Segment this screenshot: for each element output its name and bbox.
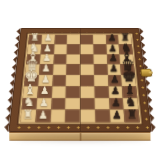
square-b4 bbox=[67, 44, 80, 54]
piece-black-pawn: ♟ bbox=[109, 53, 118, 63]
square-d3 bbox=[53, 64, 67, 75]
piece-black-pawn: ♟ bbox=[109, 43, 118, 53]
piece-white-pawn: ♟ bbox=[41, 63, 50, 73]
square-a4 bbox=[67, 35, 80, 45]
edge-notch bbox=[151, 122, 157, 132]
square-b7: ♟ bbox=[106, 44, 120, 54]
square-h6 bbox=[95, 110, 110, 123]
square-e4 bbox=[66, 75, 80, 86]
edge-notch bbox=[12, 63, 17, 71]
square-b3 bbox=[54, 44, 67, 54]
square-b2: ♟ bbox=[40, 44, 54, 54]
square-d8: ♛ bbox=[120, 64, 135, 75]
edge-notch bbox=[140, 35, 145, 42]
piece-white-pawn: ♟ bbox=[43, 33, 51, 42]
square-f2: ♟ bbox=[37, 86, 52, 98]
edge-notch bbox=[139, 28, 144, 35]
square-f5 bbox=[80, 86, 94, 98]
square-a5 bbox=[80, 35, 93, 45]
square-h1: ♜ bbox=[20, 110, 36, 123]
piece-black-rook: ♜ bbox=[121, 32, 130, 42]
square-g4 bbox=[65, 98, 80, 110]
square-d2: ♟ bbox=[39, 64, 53, 75]
square-d5 bbox=[80, 64, 94, 75]
edge-notch bbox=[149, 104, 154, 113]
square-c4 bbox=[67, 54, 80, 64]
square-c8: ♝ bbox=[120, 54, 134, 64]
edge-notch bbox=[9, 79, 14, 87]
edge-notch bbox=[10, 71, 15, 79]
square-h3 bbox=[50, 110, 65, 123]
latch-knob-icon bbox=[149, 71, 153, 74]
square-f7: ♟ bbox=[108, 86, 123, 98]
square-h2: ♟ bbox=[35, 110, 51, 123]
piece-black-pawn: ♟ bbox=[112, 110, 122, 121]
square-a2: ♟ bbox=[41, 35, 54, 45]
square-a7: ♟ bbox=[105, 35, 118, 45]
edge-notch bbox=[8, 87, 13, 95]
edge-notch bbox=[6, 104, 11, 113]
piece-black-pawn: ♟ bbox=[110, 63, 119, 73]
square-g8: ♞ bbox=[123, 98, 139, 110]
piece-white-pawn: ♟ bbox=[42, 53, 51, 63]
edge-notch bbox=[15, 35, 20, 42]
piece-white-pawn: ♟ bbox=[40, 86, 49, 96]
edge-notch bbox=[12, 56, 17, 63]
square-a3 bbox=[54, 35, 67, 45]
square-h5 bbox=[80, 110, 95, 123]
edge-notch bbox=[145, 79, 150, 87]
edge-notch bbox=[147, 96, 152, 105]
piece-black-knight: ♞ bbox=[125, 95, 136, 108]
square-e7: ♟ bbox=[108, 75, 123, 86]
edge-notch bbox=[143, 56, 148, 63]
square-h8: ♜ bbox=[124, 110, 140, 123]
edge-notch bbox=[13, 49, 18, 56]
square-c2: ♟ bbox=[40, 54, 54, 64]
edge-notch bbox=[141, 42, 146, 49]
square-c6 bbox=[93, 54, 107, 64]
square-d4 bbox=[66, 64, 80, 75]
square-d6 bbox=[93, 64, 107, 75]
edge-notch bbox=[142, 49, 147, 56]
piece-black-rook: ♜ bbox=[127, 109, 138, 121]
product-photo-scene: ♜♟♟♜♞♟♟♞♝♟♟♝♛♟♟♛♚♟♟♚♝♟♟♝♞♟♟♞♜♟♟♜ bbox=[0, 0, 160, 160]
square-f6 bbox=[94, 86, 109, 98]
square-g7: ♟ bbox=[109, 98, 124, 110]
square-a8: ♜ bbox=[118, 35, 132, 45]
piece-white-pawn: ♟ bbox=[40, 74, 49, 84]
square-c1: ♝ bbox=[26, 54, 40, 64]
square-b6 bbox=[93, 44, 106, 54]
square-g3 bbox=[51, 98, 66, 110]
square-e3 bbox=[52, 75, 66, 86]
edge-notch bbox=[150, 113, 155, 122]
square-a6 bbox=[93, 35, 106, 45]
square-e5 bbox=[80, 75, 94, 86]
square-g2: ♟ bbox=[36, 98, 51, 110]
piece-black-pawn: ♟ bbox=[112, 97, 122, 108]
piece-white-knight: ♞ bbox=[23, 95, 34, 108]
square-a1: ♜ bbox=[28, 35, 42, 45]
square-g5 bbox=[80, 98, 95, 110]
brass-latch bbox=[140, 69, 152, 77]
edge-notch bbox=[146, 87, 151, 95]
square-h7: ♟ bbox=[109, 110, 125, 123]
square-c5 bbox=[80, 54, 93, 64]
square-e2: ♟ bbox=[38, 75, 53, 86]
edge-notch bbox=[14, 42, 19, 49]
piece-white-rook: ♜ bbox=[22, 109, 33, 121]
piece-black-pawn: ♟ bbox=[111, 86, 120, 96]
square-f4 bbox=[66, 86, 80, 98]
square-e6 bbox=[94, 75, 108, 86]
square-f1: ♝ bbox=[23, 86, 38, 98]
square-b1: ♞ bbox=[27, 44, 41, 54]
piece-white-pawn: ♟ bbox=[39, 97, 49, 108]
square-c7: ♟ bbox=[106, 54, 120, 64]
chess-board: ♜♟♟♜♞♟♟♞♝♟♟♝♛♟♟♛♚♟♟♚♝♟♟♝♞♟♟♞♜♟♟♜ bbox=[8, 28, 152, 132]
square-g1: ♞ bbox=[21, 98, 37, 110]
square-b8: ♞ bbox=[119, 44, 133, 54]
piece-white-pawn: ♟ bbox=[38, 110, 48, 121]
piece-black-pawn: ♟ bbox=[108, 33, 116, 42]
piece-white-pawn: ♟ bbox=[43, 43, 52, 53]
square-f3 bbox=[51, 86, 66, 98]
edge-notch bbox=[7, 96, 12, 105]
edge-notch bbox=[16, 28, 21, 35]
square-h4 bbox=[65, 110, 80, 123]
square-b5 bbox=[80, 44, 93, 54]
square-g6 bbox=[94, 98, 109, 110]
square-d1: ♛ bbox=[25, 64, 40, 75]
piece-white-rook: ♜ bbox=[30, 32, 39, 42]
edge-notch bbox=[4, 122, 10, 132]
square-e8: ♚ bbox=[121, 75, 136, 86]
edge-notch bbox=[5, 113, 10, 122]
piece-black-pawn: ♟ bbox=[110, 74, 119, 84]
square-c3 bbox=[53, 54, 67, 64]
square-f8: ♝ bbox=[122, 86, 137, 98]
square-e1: ♚ bbox=[24, 75, 39, 86]
square-d7: ♟ bbox=[107, 64, 121, 75]
board-shadow bbox=[16, 134, 146, 140]
